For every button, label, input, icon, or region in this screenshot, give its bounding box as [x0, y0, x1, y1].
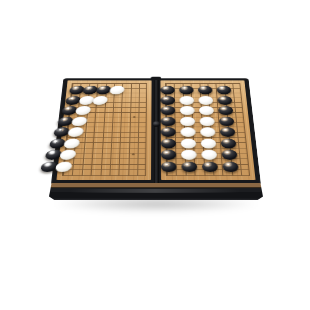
black-stone [160, 86, 174, 95]
black-stone [221, 138, 237, 148]
white-stone [180, 106, 195, 115]
white-stone [74, 106, 92, 115]
board-face [51, 78, 261, 184]
white-stone [54, 161, 73, 171]
black-stone [161, 138, 176, 148]
white-stone [67, 127, 85, 137]
white-stone [201, 150, 217, 160]
white-stone [181, 150, 197, 160]
board-half-right [156, 78, 261, 184]
white-stone [180, 127, 195, 137]
black-stone [217, 96, 232, 105]
black-stone [161, 127, 176, 137]
black-stone [161, 116, 176, 125]
white-stone [70, 116, 88, 125]
white-stone [199, 116, 214, 125]
white-stone [199, 106, 214, 115]
black-stone [179, 86, 194, 95]
white-stone [109, 86, 126, 95]
white-stone [92, 96, 109, 105]
black-stone [161, 96, 176, 105]
hinge-knuckle-icon [151, 77, 162, 80]
black-stone [198, 86, 213, 95]
black-stone [181, 161, 197, 171]
white-stone [200, 127, 216, 137]
hinge-pin-icon [153, 122, 160, 127]
white-stone [201, 138, 217, 148]
black-stone [217, 86, 232, 95]
board [51, 6, 261, 184]
black-stone [161, 161, 177, 171]
black-stone [221, 150, 237, 160]
black-stone [219, 116, 235, 125]
product-photo [0, 0, 310, 310]
white-stone [198, 96, 213, 105]
white-stone [181, 138, 197, 148]
black-stone [220, 127, 236, 137]
black-stone [222, 161, 239, 171]
black-stone [161, 150, 177, 160]
black-stone [218, 106, 233, 115]
front-edge-gloss [70, 189, 240, 193]
stones-right [156, 78, 261, 184]
black-stone [202, 161, 218, 171]
white-stone [179, 96, 194, 105]
black-stone [161, 106, 176, 115]
white-stone [63, 138, 82, 148]
white-stone [58, 150, 77, 160]
white-stone [180, 116, 195, 125]
board-half-left [51, 78, 156, 184]
